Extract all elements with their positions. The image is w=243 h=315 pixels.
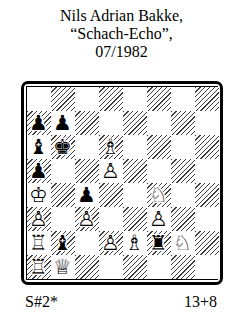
- square-b1: ♛♕: [51, 255, 75, 279]
- square-c8: [75, 87, 99, 111]
- white-king-icon: ♔: [27, 183, 51, 207]
- black-pawn-icon: ♟: [75, 183, 99, 207]
- square-d2: ♟♙: [99, 231, 123, 255]
- piece-black-rook: ♜♜: [147, 231, 171, 255]
- piece-count: 13+8: [184, 293, 217, 310]
- white-bishop-icon: ♗: [123, 231, 147, 255]
- square-f6: [147, 135, 171, 159]
- black-rook-icon: ♜: [147, 231, 171, 255]
- black-pawn-icon: ♟: [27, 159, 51, 183]
- square-g5: [171, 159, 195, 183]
- piece-white-bishop: ♝♗: [99, 135, 123, 159]
- white-knight-icon: ♘: [171, 231, 195, 255]
- square-f3: ♟♙: [147, 207, 171, 231]
- square-e5: [123, 159, 147, 183]
- piece-white-rook: ♜♖: [27, 231, 51, 255]
- square-g2: ♞♘: [171, 231, 195, 255]
- square-h2: [195, 231, 219, 255]
- square-e3: [123, 207, 147, 231]
- black-pawn-icon: ♟: [51, 111, 75, 135]
- square-g6: [171, 135, 195, 159]
- black-king-icon: ♚: [51, 135, 75, 159]
- square-c4: ♟♟: [75, 183, 99, 207]
- square-f7: [147, 111, 171, 135]
- square-b3: [51, 207, 75, 231]
- piece-white-pawn: ♟♙: [99, 231, 123, 255]
- square-c6: [75, 135, 99, 159]
- square-f8: [147, 87, 171, 111]
- square-c7: [75, 111, 99, 135]
- square-g3: [171, 207, 195, 231]
- square-c5: [75, 159, 99, 183]
- white-queen-icon: ♕: [51, 255, 75, 279]
- square-d3: [99, 207, 123, 231]
- square-f4: ♞♘: [147, 183, 171, 207]
- square-g4: [171, 183, 195, 207]
- stipulation: S#2*: [25, 293, 58, 310]
- caption-row: S#2* 13+8: [0, 293, 243, 310]
- square-g7: [171, 111, 195, 135]
- square-b4: [51, 183, 75, 207]
- piece-black-bishop: ♝♝: [51, 231, 75, 255]
- square-c1: [75, 255, 99, 279]
- date-line: 07/1982: [0, 43, 243, 61]
- square-d1: [99, 255, 123, 279]
- square-e6: [123, 135, 147, 159]
- piece-white-knight: ♞♘: [147, 183, 171, 207]
- square-b8: [51, 87, 75, 111]
- square-d5: ♟♙: [99, 159, 123, 183]
- white-bishop-icon: ♗: [99, 135, 123, 159]
- white-pawn-icon: ♙: [147, 207, 171, 231]
- piece-white-bishop: ♝♗: [123, 231, 147, 255]
- white-pawn-icon: ♙: [75, 207, 99, 231]
- piece-black-pawn: ♟♟: [27, 159, 51, 183]
- piece-white-rook: ♜♖: [27, 255, 51, 279]
- square-g8: [171, 87, 195, 111]
- black-bishop-icon: ♝: [27, 135, 51, 159]
- square-h4: [195, 183, 219, 207]
- piece-white-knight: ♞♘: [171, 231, 195, 255]
- square-d4: [99, 183, 123, 207]
- square-b7: ♟♟: [51, 111, 75, 135]
- white-rook-icon: ♖: [27, 255, 51, 279]
- square-c2: [75, 231, 99, 255]
- piece-white-pawn: ♟♙: [147, 207, 171, 231]
- square-e4: [123, 183, 147, 207]
- square-e2: ♝♗: [123, 231, 147, 255]
- chess-board-inner: ♟♟♟♟♝♝♚♚♝♗♟♟♟♙♚♔♟♟♞♘♟♙♟♙♟♙♜♖♝♝♟♙♝♗♜♜♞♘♜♖…: [26, 86, 218, 280]
- square-d6: ♝♗: [99, 135, 123, 159]
- piece-white-pawn: ♟♙: [27, 207, 51, 231]
- square-e8: [123, 87, 147, 111]
- author-line: Nils Adrian Bakke,: [0, 7, 243, 25]
- square-h6: [195, 135, 219, 159]
- square-e7: [123, 111, 147, 135]
- white-pawn-icon: ♙: [27, 207, 51, 231]
- square-b5: [51, 159, 75, 183]
- square-h8: [195, 87, 219, 111]
- piece-white-pawn: ♟♙: [75, 207, 99, 231]
- square-f5: [147, 159, 171, 183]
- piece-black-pawn: ♟♟: [51, 111, 75, 135]
- white-knight-icon: ♘: [147, 183, 171, 207]
- square-h3: [195, 207, 219, 231]
- white-pawn-icon: ♙: [99, 159, 123, 183]
- square-f1: [147, 255, 171, 279]
- black-bishop-icon: ♝: [51, 231, 75, 255]
- source-line: “Schach-Echo”,: [0, 25, 243, 43]
- square-h7: [195, 111, 219, 135]
- piece-black-bishop: ♝♝: [27, 135, 51, 159]
- square-f2: ♜♜: [147, 231, 171, 255]
- square-h5: [195, 159, 219, 183]
- piece-black-pawn: ♟♟: [27, 111, 51, 135]
- square-d7: [99, 111, 123, 135]
- square-a8: [27, 87, 51, 111]
- square-e1: [123, 255, 147, 279]
- square-a4: ♚♔: [27, 183, 51, 207]
- square-a5: ♟♟: [27, 159, 51, 183]
- piece-black-king: ♚♚: [51, 135, 75, 159]
- piece-white-king: ♚♔: [27, 183, 51, 207]
- piece-white-pawn: ♟♙: [99, 159, 123, 183]
- chess-board-grid: ♟♟♟♟♝♝♚♚♝♗♟♟♟♙♚♔♟♟♞♘♟♙♟♙♟♙♜♖♝♝♟♙♝♗♜♜♞♘♜♖…: [27, 87, 217, 279]
- square-d8: [99, 87, 123, 111]
- black-pawn-icon: ♟: [27, 111, 51, 135]
- square-a1: ♜♖: [27, 255, 51, 279]
- square-a2: ♜♖: [27, 231, 51, 255]
- problem-title: Nils Adrian Bakke, “Schach-Echo”, 07/198…: [0, 7, 243, 61]
- chess-board: ♟♟♟♟♝♝♚♚♝♗♟♟♟♙♚♔♟♟♞♘♟♙♟♙♟♙♜♖♝♝♟♙♝♗♜♜♞♘♜♖…: [21, 81, 223, 285]
- square-c3: ♟♙: [75, 207, 99, 231]
- square-b2: ♝♝: [51, 231, 75, 255]
- piece-white-queen: ♛♕: [51, 255, 75, 279]
- square-g1: [171, 255, 195, 279]
- white-rook-icon: ♖: [27, 231, 51, 255]
- square-a3: ♟♙: [27, 207, 51, 231]
- square-a7: ♟♟: [27, 111, 51, 135]
- square-h1: [195, 255, 219, 279]
- white-pawn-icon: ♙: [99, 231, 123, 255]
- piece-black-pawn: ♟♟: [75, 183, 99, 207]
- square-a6: ♝♝: [27, 135, 51, 159]
- square-b6: ♚♚: [51, 135, 75, 159]
- problem-diagram-page: Nils Adrian Bakke, “Schach-Echo”, 07/198…: [0, 7, 243, 310]
